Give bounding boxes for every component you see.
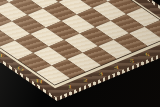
file-label-f: F (0, 53, 5, 59)
rank-label-4: 4 (114, 64, 119, 70)
rank-label-6: 6 (145, 51, 150, 57)
file-label-g: G (17, 65, 24, 72)
rank-label-1: 1 (68, 84, 73, 90)
file-label-h: H (35, 78, 42, 85)
chess-board: ABCDEFGH12345678 (0, 0, 160, 101)
rank-label-3: 3 (99, 71, 104, 77)
rank-label-5: 5 (130, 58, 135, 64)
rank-label-2: 2 (83, 77, 88, 83)
chessboard-photo: ABCDEFGH12345678 (0, 0, 160, 107)
